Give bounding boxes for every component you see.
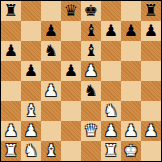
square-e8[interactable]: ♚ (81, 1, 101, 21)
square-g3[interactable] (121, 101, 141, 121)
black-bishop-piece[interactable]: ♝ (84, 21, 98, 41)
square-c4[interactable]: ♟ (41, 81, 61, 101)
black-pawn-piece[interactable]: ♟ (4, 41, 18, 61)
black-king-piece[interactable]: ♚ (84, 1, 98, 21)
square-a7[interactable] (1, 21, 21, 41)
square-h5[interactable] (141, 61, 161, 81)
white-bishop-piece[interactable]: ♝ (24, 101, 38, 121)
square-c7[interactable]: ♟ (41, 21, 61, 41)
square-g7[interactable]: ♟ (121, 21, 141, 41)
square-a8[interactable]: ♜ (1, 1, 21, 21)
square-b2[interactable]: ♟ (21, 121, 41, 141)
square-b7[interactable] (21, 21, 41, 41)
white-pawn-piece[interactable]: ♟ (44, 81, 58, 101)
black-pawn-piece[interactable]: ♟ (144, 21, 158, 41)
square-f2[interactable]: ♟ (101, 121, 121, 141)
square-c3[interactable] (41, 101, 61, 121)
square-d3[interactable] (61, 101, 81, 121)
square-a1[interactable]: ♜ (1, 141, 21, 161)
square-e4[interactable]: ♞ (81, 81, 101, 101)
square-b3[interactable]: ♝ (21, 101, 41, 121)
square-c8[interactable] (41, 1, 61, 21)
square-a3[interactable] (1, 101, 21, 121)
black-knight-piece[interactable]: ♞ (44, 41, 58, 61)
square-g6[interactable] (121, 41, 141, 61)
square-a6[interactable]: ♟ (1, 41, 21, 61)
square-h3[interactable] (141, 101, 161, 121)
white-rook-piece[interactable]: ♜ (4, 141, 18, 161)
square-f5[interactable] (101, 61, 121, 81)
square-f7[interactable]: ♟ (101, 21, 121, 41)
white-queen-piece[interactable]: ♛ (84, 121, 98, 141)
square-e3[interactable] (81, 101, 101, 121)
black-pawn-piece[interactable]: ♟ (104, 21, 118, 41)
white-pawn-piece[interactable]: ♟ (84, 61, 98, 81)
square-b4[interactable] (21, 81, 41, 101)
square-g1[interactable]: ♚ (121, 141, 141, 161)
white-pawn-piece[interactable]: ♟ (144, 121, 158, 141)
square-d7[interactable] (61, 21, 81, 41)
square-g2[interactable]: ♟ (121, 121, 141, 141)
black-bishop-piece[interactable]: ♝ (84, 41, 98, 61)
white-pawn-piece[interactable]: ♟ (4, 121, 18, 141)
square-f6[interactable] (101, 41, 121, 61)
black-knight-piece[interactable]: ♞ (84, 81, 98, 101)
black-rook-piece[interactable]: ♜ (4, 1, 18, 21)
square-h4[interactable] (141, 81, 161, 101)
square-f3[interactable]: ♞ (101, 101, 121, 121)
black-queen-piece[interactable]: ♛ (64, 1, 78, 21)
square-d8[interactable]: ♛ (61, 1, 81, 21)
square-a2[interactable]: ♟ (1, 121, 21, 141)
black-rook-piece[interactable]: ♜ (144, 1, 158, 21)
square-e2[interactable]: ♛ (81, 121, 101, 141)
white-pawn-piece[interactable]: ♟ (124, 121, 138, 141)
square-d1[interactable] (61, 141, 81, 161)
white-rook-piece[interactable]: ♜ (104, 141, 118, 161)
square-e7[interactable]: ♝ (81, 21, 101, 41)
square-b8[interactable] (21, 1, 41, 21)
square-d5[interactable]: ♟ (61, 61, 81, 81)
black-pawn-piece[interactable]: ♟ (24, 61, 38, 81)
white-knight-piece[interactable]: ♞ (24, 141, 38, 161)
square-h7[interactable]: ♟ (141, 21, 161, 41)
square-e5[interactable]: ♟ (81, 61, 101, 81)
square-c5[interactable] (41, 61, 61, 81)
square-d2[interactable] (61, 121, 81, 141)
square-g8[interactable] (121, 1, 141, 21)
white-pawn-piece[interactable]: ♟ (104, 121, 118, 141)
square-c2[interactable] (41, 121, 61, 141)
white-king-piece[interactable]: ♚ (124, 141, 138, 161)
square-b5[interactable]: ♟ (21, 61, 41, 81)
white-pawn-piece[interactable]: ♟ (24, 121, 38, 141)
black-pawn-piece[interactable]: ♟ (64, 61, 78, 81)
square-a4[interactable] (1, 81, 21, 101)
square-b1[interactable]: ♞ (21, 141, 41, 161)
square-d4[interactable] (61, 81, 81, 101)
black-pawn-piece[interactable]: ♟ (124, 21, 138, 41)
square-f8[interactable] (101, 1, 121, 21)
square-c6[interactable]: ♞ (41, 41, 61, 61)
square-c1[interactable]: ♝ (41, 141, 61, 161)
square-d6[interactable] (61, 41, 81, 61)
square-e6[interactable]: ♝ (81, 41, 101, 61)
square-f1[interactable]: ♜ (101, 141, 121, 161)
square-g5[interactable] (121, 61, 141, 81)
square-f4[interactable] (101, 81, 121, 101)
chess-board: ♜♛♚♜♟♝♟♟♟♟♞♝♟♟♟♟♞♝♞♟♟♛♟♟♟♜♞♝♜♚ (0, 0, 162, 162)
square-h1[interactable] (141, 141, 161, 161)
square-a5[interactable] (1, 61, 21, 81)
white-bishop-piece[interactable]: ♝ (44, 141, 58, 161)
black-pawn-piece[interactable]: ♟ (44, 21, 58, 41)
square-e1[interactable] (81, 141, 101, 161)
square-g4[interactable] (121, 81, 141, 101)
white-knight-piece[interactable]: ♞ (104, 101, 118, 121)
square-h2[interactable]: ♟ (141, 121, 161, 141)
square-h8[interactable]: ♜ (141, 1, 161, 21)
square-h6[interactable] (141, 41, 161, 61)
square-b6[interactable] (21, 41, 41, 61)
